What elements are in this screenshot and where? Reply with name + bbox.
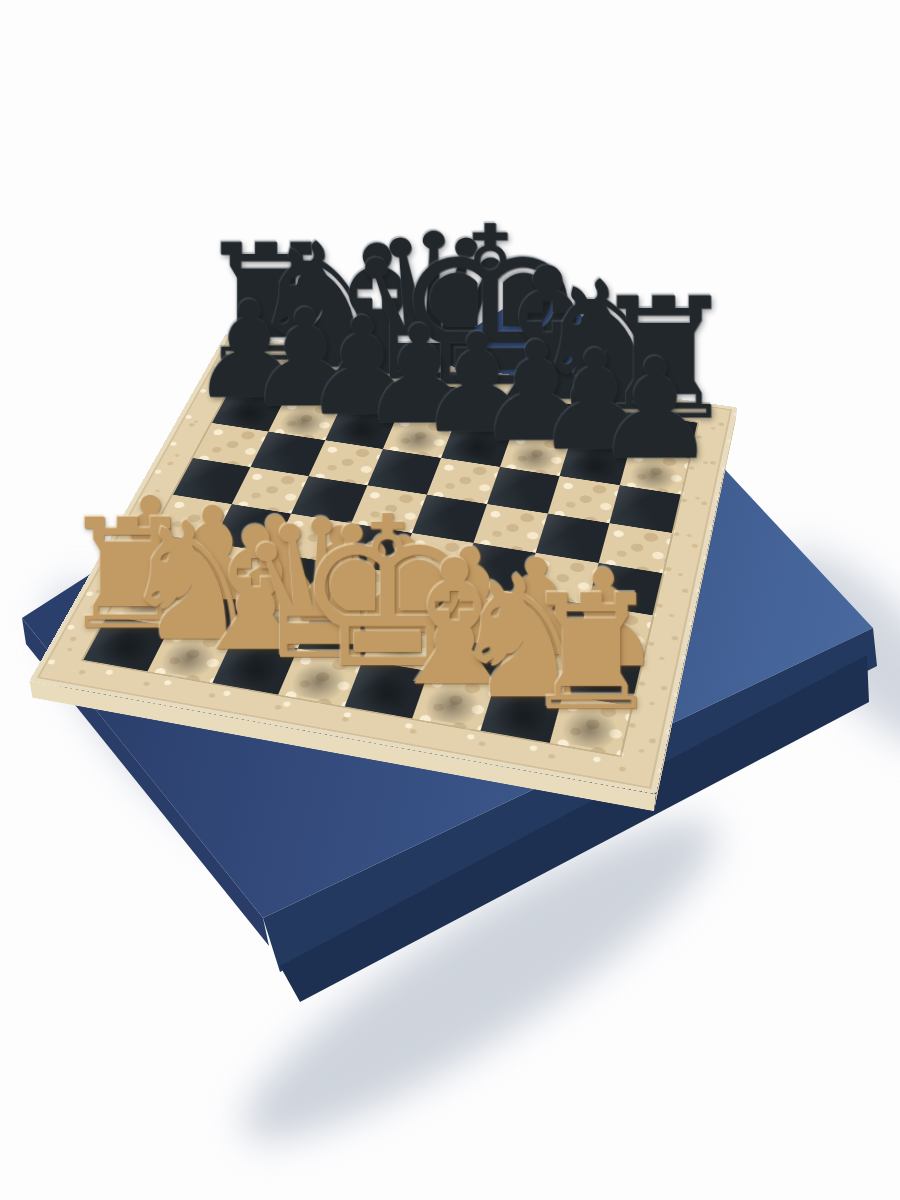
photo-canvas: ♜♞♝♛♚♝♞♜♟♟♟♟♟♟♟♟♟♟♟♟♟♟♟♟♜♞♝♛♚♝♞♜ bbox=[0, 0, 900, 1200]
white-rook-glyph: ♜ bbox=[520, 574, 663, 733]
chess-board: ♜♞♝♛♚♝♞♜♟♟♟♟♟♟♟♟♟♟♟♟♟♟♟♟♜♞♝♛♚♝♞♜ bbox=[30, 334, 738, 794]
board-scene: ♜♞♝♛♚♝♞♜♟♟♟♟♟♟♟♟♟♟♟♟♟♟♟♟♜♞♝♛♚♝♞♜ bbox=[0, 0, 900, 1200]
